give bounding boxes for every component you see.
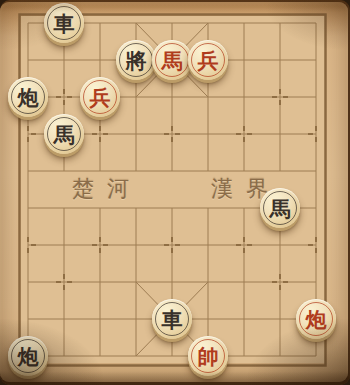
board-point[interactable]	[118, 152, 154, 189]
board-point[interactable]	[226, 78, 262, 115]
board-point[interactable]	[226, 263, 262, 300]
board-point[interactable]	[190, 300, 226, 337]
board-point[interactable]	[262, 152, 298, 189]
board-point[interactable]	[226, 4, 262, 41]
board-point[interactable]	[82, 263, 118, 300]
board-point[interactable]	[154, 337, 190, 374]
piece-black-general[interactable]: 將	[116, 40, 156, 80]
board-point[interactable]	[262, 300, 298, 337]
board-point[interactable]	[226, 41, 262, 78]
board-point[interactable]	[298, 115, 334, 152]
board-point[interactable]	[46, 300, 82, 337]
board-point[interactable]	[226, 189, 262, 226]
piece-red-soldier[interactable]: 兵	[188, 40, 228, 80]
board-point[interactable]	[226, 300, 262, 337]
board-point[interactable]	[118, 115, 154, 152]
board-point[interactable]	[190, 115, 226, 152]
board-point[interactable]	[82, 374, 118, 385]
piece-character: 炮	[18, 86, 39, 108]
piece-black-horse[interactable]: 馬	[260, 188, 300, 228]
board-point[interactable]	[190, 374, 226, 385]
piece-red-general[interactable]: 帥	[188, 336, 228, 376]
board-point[interactable]	[46, 41, 82, 78]
piece-character: 車	[162, 308, 183, 330]
board-point[interactable]	[82, 226, 118, 263]
board-point[interactable]	[118, 374, 154, 385]
piece-black-horse[interactable]: 馬	[44, 114, 84, 154]
piece-black-chariot[interactable]: 車	[44, 3, 84, 43]
board-point[interactable]	[82, 189, 118, 226]
board-point[interactable]	[190, 4, 226, 41]
piece-black-cannon[interactable]: 炮	[8, 77, 48, 117]
piece-red-soldier[interactable]: 兵	[80, 77, 120, 117]
piece-character: 兵	[198, 49, 219, 71]
board-point[interactable]	[298, 337, 334, 374]
board-point[interactable]	[298, 4, 334, 41]
board-point[interactable]	[190, 263, 226, 300]
piece-character: 兵	[90, 86, 111, 108]
board-point[interactable]	[154, 263, 190, 300]
board-point[interactable]	[298, 41, 334, 78]
board-point[interactable]	[82, 300, 118, 337]
board-point[interactable]	[10, 263, 46, 300]
board-point[interactable]	[118, 263, 154, 300]
board-point[interactable]	[118, 226, 154, 263]
board-point[interactable]	[154, 78, 190, 115]
board-point[interactable]	[262, 4, 298, 41]
board-point[interactable]	[226, 337, 262, 374]
board-point[interactable]	[298, 152, 334, 189]
board-point[interactable]	[154, 115, 190, 152]
board-point[interactable]	[10, 4, 46, 41]
board-point[interactable]	[10, 41, 46, 78]
board-point[interactable]	[118, 189, 154, 226]
board-point[interactable]	[154, 374, 190, 385]
piece-character: 馬	[54, 123, 75, 145]
xiangqi-board-window: 楚河 漢界 車將馬兵炮兵馬馬車炮炮帥	[0, 0, 350, 385]
board-point[interactable]	[190, 189, 226, 226]
board-point[interactable]	[10, 152, 46, 189]
board-point[interactable]	[82, 4, 118, 41]
piece-character: 馬	[162, 49, 183, 71]
board-point[interactable]	[10, 189, 46, 226]
board-point[interactable]	[118, 78, 154, 115]
board-point[interactable]	[262, 78, 298, 115]
piece-character: 炮	[306, 308, 327, 330]
board-point[interactable]	[10, 374, 46, 385]
board-point[interactable]	[82, 337, 118, 374]
board-point[interactable]	[46, 337, 82, 374]
board-point[interactable]	[262, 374, 298, 385]
board-point[interactable]	[190, 226, 226, 263]
board-point[interactable]	[226, 115, 262, 152]
piece-character: 炮	[18, 345, 39, 367]
board-point[interactable]	[298, 189, 334, 226]
piece-character: 將	[126, 49, 147, 71]
board-point[interactable]	[46, 374, 82, 385]
board-point[interactable]	[226, 226, 262, 263]
board-point[interactable]	[82, 41, 118, 78]
board-point[interactable]	[46, 263, 82, 300]
piece-character: 帥	[198, 345, 219, 367]
board-point[interactable]	[262, 41, 298, 78]
board-point[interactable]	[190, 78, 226, 115]
board-point[interactable]	[154, 189, 190, 226]
board-point[interactable]	[226, 152, 262, 189]
board-point[interactable]	[298, 226, 334, 263]
board-point[interactable]	[298, 374, 334, 385]
board-point[interactable]	[298, 78, 334, 115]
board-grid: 車將馬兵炮兵馬馬車炮炮帥	[10, 4, 334, 385]
board-point[interactable]	[46, 226, 82, 263]
board-point[interactable]	[154, 226, 190, 263]
board-point[interactable]	[118, 4, 154, 41]
board-point[interactable]	[154, 152, 190, 189]
board-point[interactable]	[82, 115, 118, 152]
board-point[interactable]	[10, 115, 46, 152]
board-point[interactable]	[262, 337, 298, 374]
board-point[interactable]	[298, 263, 334, 300]
piece-black-cannon[interactable]: 炮	[8, 336, 48, 376]
piece-red-cannon[interactable]: 炮	[296, 299, 336, 339]
board-point[interactable]	[190, 152, 226, 189]
board-point[interactable]	[10, 226, 46, 263]
piece-black-chariot[interactable]: 車	[152, 299, 192, 339]
board-point[interactable]	[46, 189, 82, 226]
piece-character: 馬	[270, 197, 291, 219]
board-point[interactable]	[46, 152, 82, 189]
board-point[interactable]	[262, 115, 298, 152]
board-point[interactable]	[262, 226, 298, 263]
board-point[interactable]	[154, 4, 190, 41]
piece-character: 車	[54, 12, 75, 34]
piece-red-horse[interactable]: 馬	[152, 40, 192, 80]
board-point[interactable]	[10, 300, 46, 337]
board-point[interactable]	[118, 337, 154, 374]
board-point[interactable]	[262, 263, 298, 300]
board-point[interactable]	[118, 300, 154, 337]
board-point[interactable]	[226, 374, 262, 385]
board-point[interactable]	[82, 152, 118, 189]
board-point[interactable]	[46, 78, 82, 115]
